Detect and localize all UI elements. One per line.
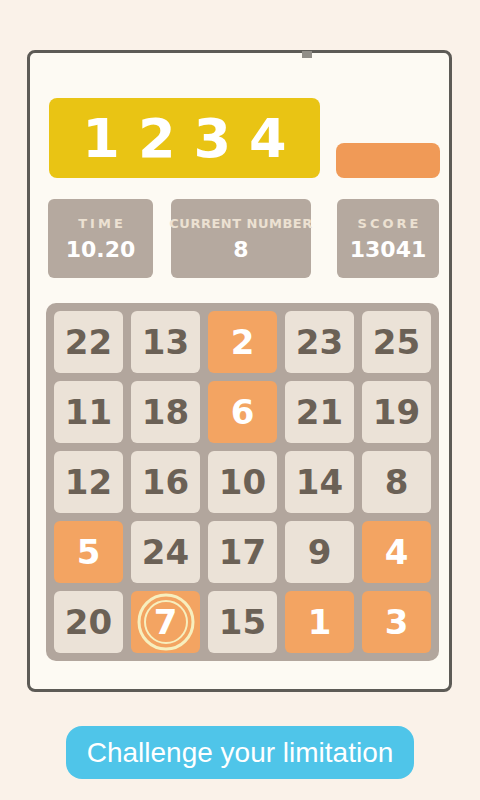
grid-cell-12[interactable]: 12 <box>54 451 123 513</box>
grid-cell-24[interactable]: 24 <box>131 521 200 583</box>
score-value: 13041 <box>350 237 427 262</box>
challenge-button[interactable]: Challenge your limitation <box>66 726 414 779</box>
current-number-value: 8 <box>233 237 248 262</box>
grid-cell-1[interactable]: 1 <box>285 591 354 653</box>
tap-ripple-ring-inner <box>144 600 188 644</box>
grid-cell-10[interactable]: 10 <box>208 451 277 513</box>
grid-cell-25[interactable]: 25 <box>362 311 431 373</box>
tap-ripple-ring-outer <box>137 594 194 651</box>
grid-cell-15[interactable]: 15 <box>208 591 277 653</box>
grid-cell-4[interactable]: 4 <box>362 521 431 583</box>
grid-cell-11[interactable]: 11 <box>54 381 123 443</box>
time-box: TIME 10.20 <box>48 199 153 278</box>
grid-cell-7[interactable]: 7 <box>131 591 200 653</box>
score-label: SCORE <box>358 216 422 231</box>
grid-cell-6[interactable]: 6 <box>208 381 277 443</box>
grid-cell-16[interactable]: 16 <box>131 451 200 513</box>
grid-cell-23[interactable]: 23 <box>285 311 354 373</box>
decoration-bar <box>336 143 440 178</box>
number-grid: 2213223251118621191216101485241794207151… <box>46 303 439 661</box>
current-number-box: CURRENT NUMBER 8 <box>171 199 311 278</box>
grid-cell-9[interactable]: 9 <box>285 521 354 583</box>
card-notch <box>302 51 312 58</box>
grid-cell-20[interactable]: 20 <box>54 591 123 653</box>
grid-cell-3[interactable]: 3 <box>362 591 431 653</box>
grid-cell-5[interactable]: 5 <box>54 521 123 583</box>
grid-cell-22[interactable]: 22 <box>54 311 123 373</box>
time-value: 10.20 <box>66 237 136 262</box>
score-box: SCORE 13041 <box>337 199 439 278</box>
grid-cell-14[interactable]: 14 <box>285 451 354 513</box>
game-card: 1234 TIME 10.20 CURRENT NUMBER 8 SCORE 1… <box>27 50 452 692</box>
current-number-label: CURRENT NUMBER <box>169 216 312 231</box>
grid-cell-8[interactable]: 8 <box>362 451 431 513</box>
game-screen: 1234 TIME 10.20 CURRENT NUMBER 8 SCORE 1… <box>0 0 480 800</box>
game-logo-text: 1234 <box>82 107 304 170</box>
game-logo: 1234 <box>49 98 320 178</box>
grid-cell-17[interactable]: 17 <box>208 521 277 583</box>
grid-cell-19[interactable]: 19 <box>362 381 431 443</box>
grid-cell-18[interactable]: 18 <box>131 381 200 443</box>
grid-cell-21[interactable]: 21 <box>285 381 354 443</box>
time-label: TIME <box>78 216 126 231</box>
grid-cell-2[interactable]: 2 <box>208 311 277 373</box>
grid-cell-13[interactable]: 13 <box>131 311 200 373</box>
